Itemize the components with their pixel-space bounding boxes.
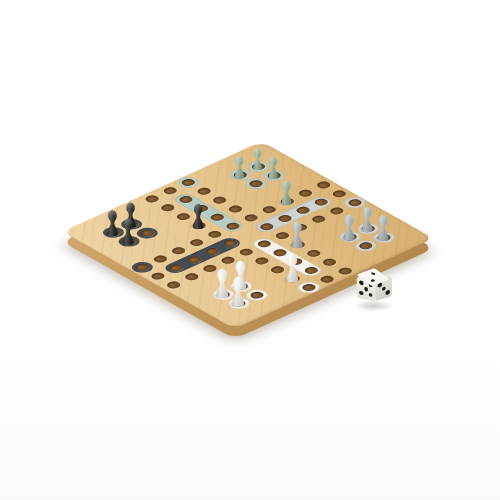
peg-hole — [293, 206, 311, 215]
peg-hole — [184, 255, 202, 264]
peg-hole — [218, 256, 236, 265]
peg-hole — [166, 263, 184, 272]
peg-hole — [302, 266, 320, 275]
product-photo-scene — [0, 0, 500, 500]
peg-hole — [169, 246, 187, 255]
peg-hole — [151, 254, 169, 263]
peg-hole — [226, 204, 244, 213]
peg-hole — [207, 213, 225, 222]
peg-hole — [327, 206, 345, 215]
peg-hole — [304, 249, 322, 258]
peg-hole — [223, 222, 241, 231]
peg-hole — [187, 238, 205, 247]
die-pip — [364, 287, 368, 292]
peg-hole — [205, 230, 223, 239]
peg-hole — [221, 239, 239, 248]
die-pip — [370, 272, 376, 275]
die-pip — [370, 279, 376, 282]
peg-hole — [314, 180, 332, 189]
peg-hole — [259, 205, 277, 214]
die-pip — [360, 291, 364, 296]
peg-hole — [200, 264, 218, 273]
peg-hole — [275, 214, 293, 223]
die-pip — [360, 281, 364, 286]
peg-hole — [160, 186, 178, 195]
die-pip — [368, 293, 372, 298]
peg-hole — [174, 212, 192, 221]
die[interactable] — [355, 267, 395, 309]
peg-hole — [286, 257, 304, 266]
peg-hole — [148, 272, 166, 281]
peg-hole — [283, 274, 301, 283]
peg-hole — [296, 189, 314, 198]
peg-hole — [142, 194, 160, 203]
peg-hole — [252, 256, 270, 265]
peg-hole — [257, 222, 275, 231]
peg-hole — [335, 266, 353, 275]
peg-hole — [182, 272, 200, 281]
peg-hole — [291, 223, 309, 232]
peg-hole — [236, 247, 254, 256]
peg-hole — [164, 280, 182, 289]
peg-hole — [270, 248, 288, 257]
peg-hole — [317, 275, 335, 284]
peg-hole — [309, 215, 327, 224]
peg-hole — [189, 221, 207, 230]
peg-hole — [273, 231, 291, 240]
peg-hole — [288, 240, 306, 249]
peg-hole — [330, 189, 348, 198]
die-pip — [386, 290, 390, 295]
peg-hole — [203, 247, 221, 256]
die-shadow — [353, 300, 393, 311]
peg-hole — [241, 213, 259, 222]
peg-hole — [158, 203, 176, 212]
peg-hole — [278, 197, 296, 206]
peg-hole — [192, 204, 210, 213]
peg-hole — [268, 265, 286, 274]
peg-hole — [176, 195, 194, 204]
peg-hole — [311, 197, 329, 206]
peg-hole — [210, 196, 228, 205]
peg-hole — [320, 258, 338, 267]
die-pip — [382, 286, 386, 291]
peg-hole — [255, 239, 273, 248]
peg-hole — [194, 187, 212, 196]
